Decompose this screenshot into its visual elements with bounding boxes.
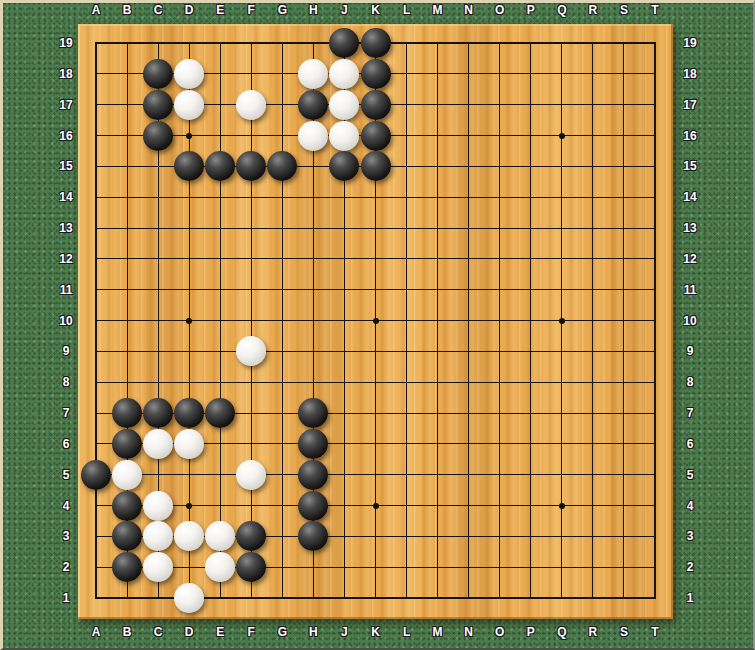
- stone-black[interactable]: [112, 398, 142, 428]
- column-label: J: [333, 3, 355, 17]
- column-label: H: [302, 3, 324, 17]
- column-label: G: [271, 625, 293, 639]
- column-label: C: [147, 625, 169, 639]
- column-label: F: [240, 625, 262, 639]
- column-label: M: [427, 3, 449, 17]
- column-label: E: [209, 3, 231, 17]
- stone-black[interactable]: [174, 398, 204, 428]
- column-label: F: [240, 3, 262, 17]
- row-label: 8: [679, 375, 701, 389]
- stone-black[interactable]: [143, 398, 173, 428]
- row-label: 9: [679, 344, 701, 358]
- column-label: H: [302, 625, 324, 639]
- column-label: M: [427, 625, 449, 639]
- column-label: T: [644, 3, 666, 17]
- row-label: 1: [55, 591, 77, 605]
- stone-black[interactable]: [361, 28, 391, 58]
- grid-line: [96, 351, 655, 352]
- row-label: 8: [55, 375, 77, 389]
- grid-line: [406, 43, 407, 598]
- row-label: 7: [679, 406, 701, 420]
- grid-line: [96, 474, 655, 475]
- row-label: 4: [679, 499, 701, 513]
- row-label: 3: [55, 529, 77, 543]
- row-label: 14: [679, 190, 701, 204]
- row-label: 18: [55, 67, 77, 81]
- column-label: Q: [551, 3, 573, 17]
- stone-white[interactable]: [143, 429, 173, 459]
- row-label: 19: [679, 36, 701, 50]
- row-label: 12: [55, 252, 77, 266]
- stone-black[interactable]: [81, 460, 111, 490]
- stone-black[interactable]: [298, 429, 328, 459]
- row-label: 13: [55, 221, 77, 235]
- go-board[interactable]: [78, 24, 673, 619]
- stone-black[interactable]: [112, 491, 142, 521]
- stone-black[interactable]: [143, 59, 173, 89]
- grid-line: [96, 567, 655, 568]
- column-label: D: [178, 625, 200, 639]
- stone-white[interactable]: [112, 460, 142, 490]
- stone-white[interactable]: [236, 90, 266, 120]
- row-label: 5: [679, 468, 701, 482]
- stone-black[interactable]: [361, 59, 391, 89]
- stone-black[interactable]: [361, 90, 391, 120]
- stone-white[interactable]: [236, 460, 266, 490]
- grid-line: [499, 43, 500, 598]
- column-label: C: [147, 3, 169, 17]
- stone-white[interactable]: [174, 90, 204, 120]
- stone-white[interactable]: [174, 583, 204, 613]
- star-point: [559, 133, 565, 139]
- column-label: L: [396, 625, 418, 639]
- column-label: A: [85, 3, 107, 17]
- stone-white[interactable]: [329, 121, 359, 151]
- row-label: 1: [679, 591, 701, 605]
- column-label: T: [644, 625, 666, 639]
- stone-black[interactable]: [298, 491, 328, 521]
- star-point: [186, 503, 192, 509]
- row-label: 15: [55, 159, 77, 173]
- stone-black[interactable]: [112, 429, 142, 459]
- column-label: S: [613, 625, 635, 639]
- column-label: N: [458, 625, 480, 639]
- row-label: 16: [679, 129, 701, 143]
- stone-black[interactable]: [143, 121, 173, 151]
- stone-white[interactable]: [174, 59, 204, 89]
- row-label: 2: [55, 560, 77, 574]
- column-label: L: [396, 3, 418, 17]
- row-label: 11: [679, 283, 701, 297]
- column-label: B: [116, 625, 138, 639]
- stone-white[interactable]: [298, 59, 328, 89]
- column-label: O: [489, 3, 511, 17]
- row-label: 17: [679, 98, 701, 112]
- board-grid: [96, 43, 655, 598]
- row-label: 7: [55, 406, 77, 420]
- row-label: 10: [55, 314, 77, 328]
- row-label: 3: [679, 529, 701, 543]
- stone-black[interactable]: [112, 552, 142, 582]
- row-label: 19: [55, 36, 77, 50]
- column-label: R: [582, 3, 604, 17]
- row-label: 16: [55, 129, 77, 143]
- column-label: P: [520, 3, 542, 17]
- stone-white[interactable]: [298, 121, 328, 151]
- row-label: 13: [679, 221, 701, 235]
- stone-white[interactable]: [143, 491, 173, 521]
- star-point: [186, 133, 192, 139]
- star-point: [559, 318, 565, 324]
- row-label: 17: [55, 98, 77, 112]
- column-label: S: [613, 3, 635, 17]
- column-label: O: [489, 625, 511, 639]
- star-point: [373, 318, 379, 324]
- column-label: B: [116, 3, 138, 17]
- column-label: N: [458, 3, 480, 17]
- row-label: 15: [679, 159, 701, 173]
- column-label: E: [209, 625, 231, 639]
- stone-white[interactable]: [329, 90, 359, 120]
- column-label: K: [365, 625, 387, 639]
- column-label: R: [582, 625, 604, 639]
- grid-line: [468, 43, 469, 598]
- star-point: [373, 503, 379, 509]
- stone-black[interactable]: [298, 90, 328, 120]
- column-label: J: [333, 625, 355, 639]
- column-label: Q: [551, 625, 573, 639]
- star-point: [559, 503, 565, 509]
- star-point: [186, 318, 192, 324]
- stone-black[interactable]: [361, 121, 391, 151]
- stone-white[interactable]: [174, 429, 204, 459]
- column-label: A: [85, 625, 107, 639]
- row-label: 5: [55, 468, 77, 482]
- column-label: G: [271, 3, 293, 17]
- stone-black[interactable]: [361, 151, 391, 181]
- row-label: 11: [55, 283, 77, 297]
- row-label: 2: [679, 560, 701, 574]
- row-label: 6: [679, 437, 701, 451]
- row-label: 4: [55, 499, 77, 513]
- grid-line: [96, 382, 655, 383]
- table-background: AABBCCDDEEFFGGHHJJKKLLMMNNOOPPQQRRSSTT19…: [0, 0, 755, 650]
- row-label: 14: [55, 190, 77, 204]
- grid-line: [437, 43, 438, 598]
- column-label: D: [178, 3, 200, 17]
- column-label: P: [520, 625, 542, 639]
- row-label: 10: [679, 314, 701, 328]
- row-label: 9: [55, 344, 77, 358]
- grid-line: [530, 43, 531, 598]
- row-label: 6: [55, 437, 77, 451]
- column-label: K: [365, 3, 387, 17]
- row-label: 12: [679, 252, 701, 266]
- grid-line: [623, 43, 624, 598]
- stone-black[interactable]: [143, 90, 173, 120]
- grid-line: [592, 43, 593, 598]
- stone-black[interactable]: [298, 460, 328, 490]
- row-label: 18: [679, 67, 701, 81]
